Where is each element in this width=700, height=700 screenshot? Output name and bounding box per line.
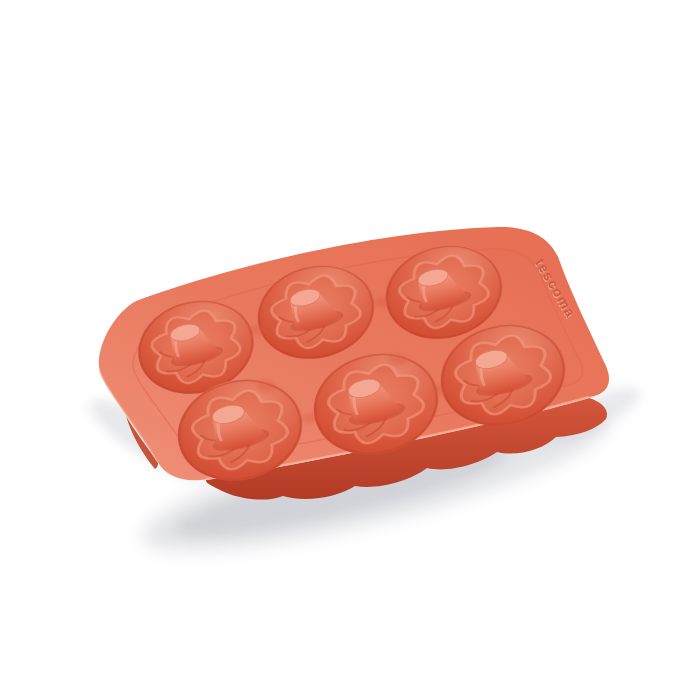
mold-illustration: tescoma tescoma (0, 0, 700, 700)
product-photo-canvas: tescoma tescoma (0, 0, 700, 700)
